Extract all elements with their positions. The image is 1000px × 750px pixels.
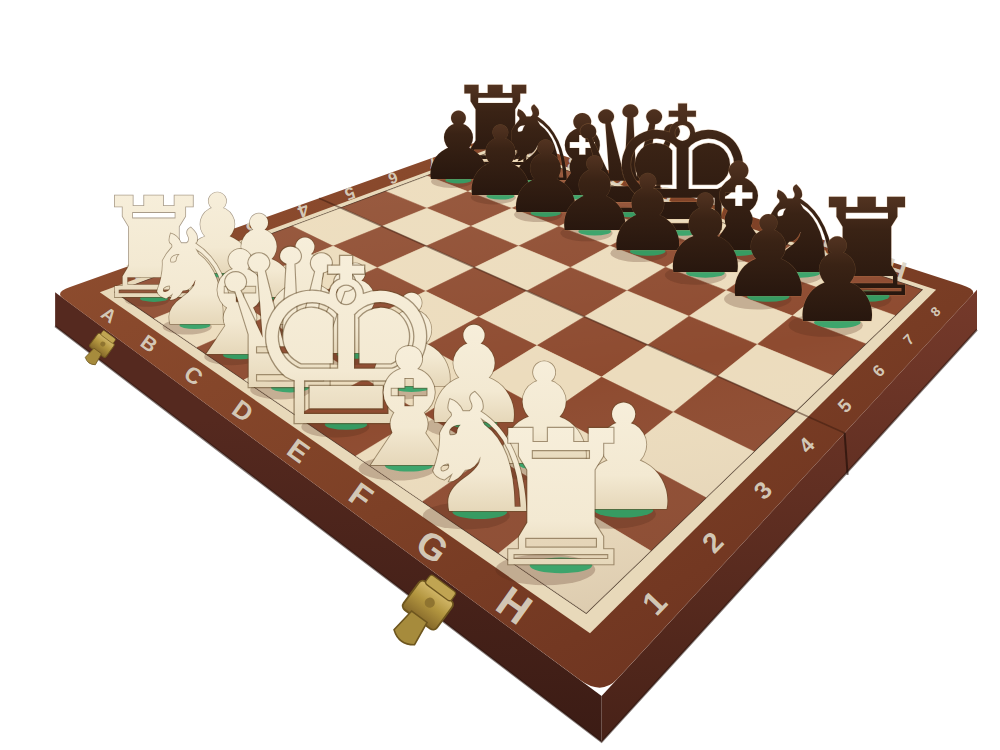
piece-black-pawn-h7: ♟ — [785, 213, 889, 348]
white-rook-glyph: ♜ — [477, 391, 644, 608]
product-photo: chess AABBCCDDEEFFGGHH1122334455667788♜♟… — [0, 0, 1000, 750]
black-pawn-glyph: ♟ — [785, 213, 889, 348]
pieces: ♜♟♞♟♝♟♛♟♚♝♟♞♟♟♜♟♟♜♟♟♞♟♝♟♛♟♚♟♝♟♞♜ — [92, 63, 928, 609]
piece-white-rook-h1: ♜ — [477, 391, 644, 608]
chess-set-photo: AABBCCDDEEFFGGHH1122334455667788♜♟♞♟♝♟♛♟… — [0, 0, 1000, 750]
